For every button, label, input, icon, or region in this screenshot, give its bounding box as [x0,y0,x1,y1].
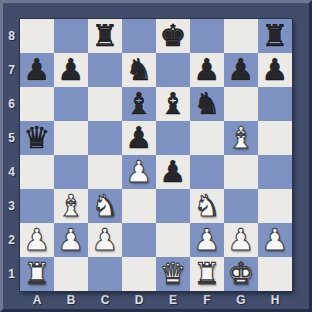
piece-black-bishop: ♝ [122,87,156,121]
square-a4[interactable] [20,155,54,189]
square-c7[interactable] [88,53,122,87]
square-b6[interactable] [54,87,88,121]
piece-black-pawn: ♟ [258,53,292,87]
square-a8[interactable] [20,19,54,53]
square-e4[interactable]: ♟ [156,155,190,189]
square-b5[interactable] [54,121,88,155]
square-h3[interactable] [258,189,292,223]
square-d8[interactable] [122,19,156,53]
square-a5[interactable]: ♛ [20,121,54,155]
file-labels: ABCDEFGH [20,291,292,309]
board-frame: 87654321 ABCDEFGH ♜♚♜♟♟♞♟♟♟♝♝♞♛♟♝♟♟♝♞♞♟♟… [0,0,312,312]
rank-label-7: 7 [3,53,20,87]
square-e6[interactable]: ♝ [156,87,190,121]
square-b1[interactable] [54,257,88,291]
square-d7[interactable]: ♞ [122,53,156,87]
piece-black-rook: ♜ [258,19,292,53]
square-d3[interactable] [122,189,156,223]
piece-white-pawn: ♟ [54,223,88,257]
square-d2[interactable] [122,223,156,257]
rank-label-6: 6 [3,87,20,121]
square-e2[interactable] [156,223,190,257]
square-b4[interactable] [54,155,88,189]
square-f1[interactable]: ♜ [190,257,224,291]
square-g3[interactable] [224,189,258,223]
piece-white-knight: ♞ [190,189,224,223]
piece-white-pawn: ♟ [20,223,54,257]
file-label-e: E [156,291,190,309]
square-h4[interactable] [258,155,292,189]
piece-black-pawn: ♟ [156,155,190,189]
square-h5[interactable] [258,121,292,155]
file-label-b: B [54,291,88,309]
square-d6[interactable]: ♝ [122,87,156,121]
square-b2[interactable]: ♟ [54,223,88,257]
piece-white-king: ♚ [224,257,258,291]
chess-board: ♜♚♜♟♟♞♟♟♟♝♝♞♛♟♝♟♟♝♞♞♟♟♟♟♟♟♜♛♜♚ [20,19,292,291]
square-c1[interactable] [88,257,122,291]
square-d1[interactable] [122,257,156,291]
square-c5[interactable] [88,121,122,155]
rank-label-4: 4 [3,155,20,189]
square-f7[interactable]: ♟ [190,53,224,87]
square-a2[interactable]: ♟ [20,223,54,257]
piece-black-king: ♚ [156,19,190,53]
piece-black-pawn: ♟ [54,53,88,87]
piece-black-queen: ♛ [20,121,54,155]
square-h1[interactable] [258,257,292,291]
piece-white-rook: ♜ [20,257,54,291]
square-a6[interactable] [20,87,54,121]
piece-white-pawn: ♟ [224,223,258,257]
piece-white-knight: ♞ [88,189,122,223]
piece-white-bishop: ♝ [54,189,88,223]
square-e7[interactable] [156,53,190,87]
square-d4[interactable]: ♟ [122,155,156,189]
piece-black-pawn: ♟ [190,53,224,87]
square-c6[interactable] [88,87,122,121]
square-c8[interactable]: ♜ [88,19,122,53]
piece-white-pawn: ♟ [258,223,292,257]
file-label-c: C [88,291,122,309]
square-f8[interactable] [190,19,224,53]
rank-label-2: 2 [3,223,20,257]
square-g1[interactable]: ♚ [224,257,258,291]
square-g2[interactable]: ♟ [224,223,258,257]
square-g5[interactable]: ♝ [224,121,258,155]
file-label-d: D [122,291,156,309]
square-a1[interactable]: ♜ [20,257,54,291]
piece-black-pawn: ♟ [224,53,258,87]
square-g8[interactable] [224,19,258,53]
square-b3[interactable]: ♝ [54,189,88,223]
file-label-a: A [20,291,54,309]
square-f3[interactable]: ♞ [190,189,224,223]
piece-white-pawn: ♟ [190,223,224,257]
square-a7[interactable]: ♟ [20,53,54,87]
square-b8[interactable] [54,19,88,53]
square-e1[interactable]: ♛ [156,257,190,291]
square-e8[interactable]: ♚ [156,19,190,53]
rank-labels: 87654321 [3,19,20,291]
square-g7[interactable]: ♟ [224,53,258,87]
piece-white-pawn: ♟ [122,155,156,189]
square-b7[interactable]: ♟ [54,53,88,87]
file-label-f: F [190,291,224,309]
piece-black-knight: ♞ [190,87,224,121]
square-d5[interactable]: ♟ [122,121,156,155]
rank-label-5: 5 [3,121,20,155]
square-h6[interactable] [258,87,292,121]
rank-label-1: 1 [3,257,20,291]
square-h2[interactable]: ♟ [258,223,292,257]
piece-white-queen: ♛ [156,257,190,291]
file-label-g: G [224,291,258,309]
square-c4[interactable] [88,155,122,189]
piece-black-rook: ♜ [88,19,122,53]
rank-label-3: 3 [3,189,20,223]
piece-black-pawn: ♟ [20,53,54,87]
square-c2[interactable]: ♟ [88,223,122,257]
square-h7[interactable]: ♟ [258,53,292,87]
square-f6[interactable]: ♞ [190,87,224,121]
piece-black-knight: ♞ [122,53,156,87]
square-g4[interactable] [224,155,258,189]
square-f2[interactable]: ♟ [190,223,224,257]
square-c3[interactable]: ♞ [88,189,122,223]
square-a3[interactable] [20,189,54,223]
square-f4[interactable] [190,155,224,189]
piece-white-rook: ♜ [190,257,224,291]
square-g6[interactable] [224,87,258,121]
file-label-h: H [258,291,292,309]
square-e5[interactable] [156,121,190,155]
rank-label-8: 8 [3,19,20,53]
square-e3[interactable] [156,189,190,223]
piece-black-bishop: ♝ [156,87,190,121]
piece-white-bishop: ♝ [224,121,258,155]
square-f5[interactable] [190,121,224,155]
piece-white-pawn: ♟ [88,223,122,257]
piece-black-pawn: ♟ [122,121,156,155]
square-h8[interactable]: ♜ [258,19,292,53]
